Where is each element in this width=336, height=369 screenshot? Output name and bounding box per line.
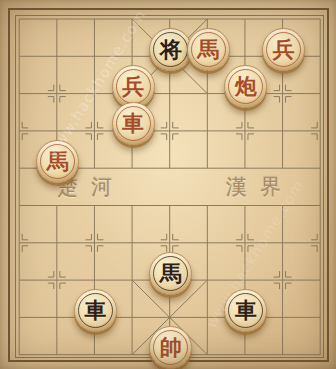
piece-red-cannon[interactable]: 炮: [224, 65, 267, 108]
piece-character: 馬: [188, 29, 229, 70]
piece-red-horse[interactable]: 馬: [187, 28, 230, 71]
piece-character: 帥: [150, 327, 191, 368]
piece-character: 車: [75, 290, 116, 331]
piece-black-horse[interactable]: 馬: [149, 252, 192, 295]
piece-character: 兵: [113, 66, 154, 107]
piece-red-horse[interactable]: 馬: [36, 140, 79, 183]
piece-black-chariot[interactable]: 車: [224, 289, 267, 332]
xiangqi-board: 楚河 漢界 将馬兵兵炮車馬馬車車帥 www.hackhome.com www.h…: [0, 0, 336, 369]
piece-character: 炮: [225, 66, 266, 107]
piece-black-chariot[interactable]: 車: [74, 289, 117, 332]
pieces-layer: 将馬兵兵炮車馬馬車車帥: [0, 0, 336, 369]
piece-character: 兵: [263, 29, 304, 70]
piece-red-soldier[interactable]: 兵: [262, 28, 305, 71]
piece-black-general[interactable]: 将: [149, 28, 192, 71]
piece-character: 車: [113, 103, 154, 144]
piece-red-general[interactable]: 帥: [149, 326, 192, 369]
piece-character: 馬: [37, 141, 78, 182]
piece-character: 馬: [150, 253, 191, 294]
piece-character: 車: [225, 290, 266, 331]
piece-character: 将: [150, 29, 191, 70]
piece-red-chariot[interactable]: 車: [112, 102, 155, 145]
